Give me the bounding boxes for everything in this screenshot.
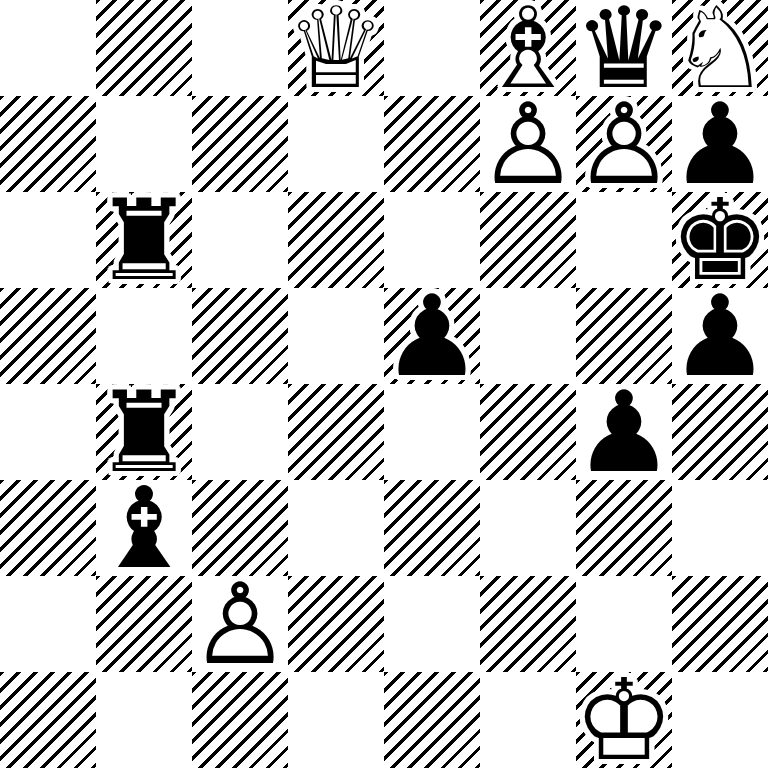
square-f6[interactable] — [480, 192, 576, 288]
square-e8[interactable] — [384, 0, 480, 96]
white-pawn-glyph: ♙ — [576, 96, 672, 192]
square-e7[interactable] — [384, 96, 480, 192]
square-f3[interactable] — [480, 480, 576, 576]
square-f5[interactable] — [480, 288, 576, 384]
square-e5[interactable]: ♟ — [384, 288, 480, 384]
square-c4[interactable] — [192, 384, 288, 480]
square-b3[interactable]: ♝ — [96, 480, 192, 576]
black-pawn[interactable]: ♟ — [576, 384, 672, 480]
square-a2[interactable] — [0, 576, 96, 672]
square-c6[interactable] — [192, 192, 288, 288]
square-e2[interactable] — [384, 576, 480, 672]
square-d5[interactable] — [288, 288, 384, 384]
white-pawn[interactable]: ♟♙ — [576, 96, 672, 192]
white-queen[interactable]: ♛♕ — [288, 0, 384, 96]
square-g6[interactable] — [576, 192, 672, 288]
square-b1[interactable] — [96, 672, 192, 768]
square-d6[interactable] — [288, 192, 384, 288]
black-pawn-glyph: ♟ — [576, 384, 672, 480]
square-e4[interactable] — [384, 384, 480, 480]
square-a4[interactable] — [0, 384, 96, 480]
square-g4[interactable]: ♟ — [576, 384, 672, 480]
square-g1[interactable]: ♚♔ — [576, 672, 672, 768]
black-pawn[interactable]: ♟ — [384, 288, 480, 384]
white-king[interactable]: ♚♔ — [576, 672, 672, 768]
black-pawn[interactable]: ♟ — [672, 288, 768, 384]
square-d2[interactable] — [288, 576, 384, 672]
square-e3[interactable] — [384, 480, 480, 576]
square-b8[interactable] — [96, 0, 192, 96]
square-h2[interactable] — [672, 576, 768, 672]
square-a6[interactable] — [0, 192, 96, 288]
black-pawn-glyph: ♟ — [384, 288, 480, 384]
square-h3[interactable] — [672, 480, 768, 576]
square-d3[interactable] — [288, 480, 384, 576]
square-b6[interactable]: ♜ — [96, 192, 192, 288]
black-rook[interactable]: ♜ — [96, 192, 192, 288]
square-f2[interactable] — [480, 576, 576, 672]
square-h4[interactable] — [672, 384, 768, 480]
square-a1[interactable] — [0, 672, 96, 768]
white-pawn-glyph: ♙ — [480, 96, 576, 192]
square-h5[interactable]: ♟ — [672, 288, 768, 384]
square-c1[interactable] — [192, 672, 288, 768]
black-bishop[interactable]: ♝ — [96, 480, 192, 576]
square-c5[interactable] — [192, 288, 288, 384]
square-f7[interactable]: ♟♙ — [480, 96, 576, 192]
square-b2[interactable] — [96, 576, 192, 672]
square-d1[interactable] — [288, 672, 384, 768]
square-c2[interactable]: ♟♙ — [192, 576, 288, 672]
square-e1[interactable] — [384, 672, 480, 768]
black-bishop-glyph: ♝ — [96, 480, 192, 576]
square-g7[interactable]: ♟♙ — [576, 96, 672, 192]
square-c7[interactable] — [192, 96, 288, 192]
white-pawn[interactable]: ♟♙ — [192, 576, 288, 672]
square-d4[interactable] — [288, 384, 384, 480]
square-a5[interactable] — [0, 288, 96, 384]
white-pawn-glyph: ♙ — [192, 576, 288, 672]
white-queen-glyph: ♕ — [288, 0, 384, 96]
black-rook-glyph: ♜ — [96, 192, 192, 288]
square-a7[interactable] — [0, 96, 96, 192]
square-c8[interactable] — [192, 0, 288, 96]
chess-board: ♛♕♝♗♛♞♘♟♙♟♙♟♜♚♟♟♜♟♝♟♙♚♔ — [0, 0, 768, 768]
white-king-glyph: ♔ — [576, 672, 672, 768]
black-pawn-glyph: ♟ — [672, 288, 768, 384]
white-pawn[interactable]: ♟♙ — [480, 96, 576, 192]
square-h1[interactable] — [672, 672, 768, 768]
square-d8[interactable]: ♛♕ — [288, 0, 384, 96]
square-a3[interactable] — [0, 480, 96, 576]
square-d7[interactable] — [288, 96, 384, 192]
square-g3[interactable] — [576, 480, 672, 576]
square-f1[interactable] — [480, 672, 576, 768]
square-a8[interactable] — [0, 0, 96, 96]
square-f4[interactable] — [480, 384, 576, 480]
